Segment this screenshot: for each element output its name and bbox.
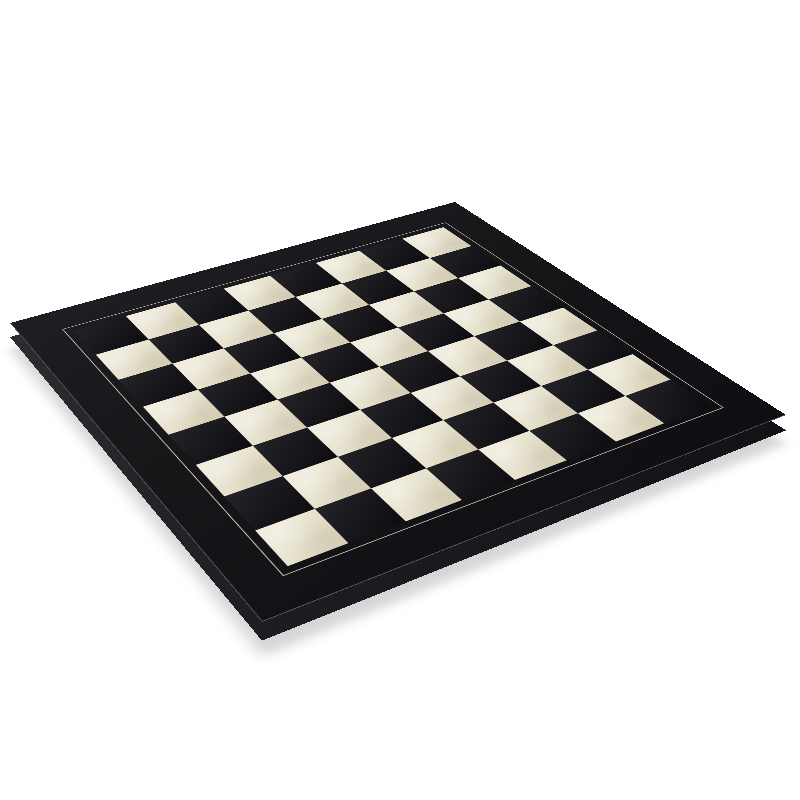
product-photo-backdrop: [0, 0, 800, 800]
chessboard: [10, 202, 786, 622]
